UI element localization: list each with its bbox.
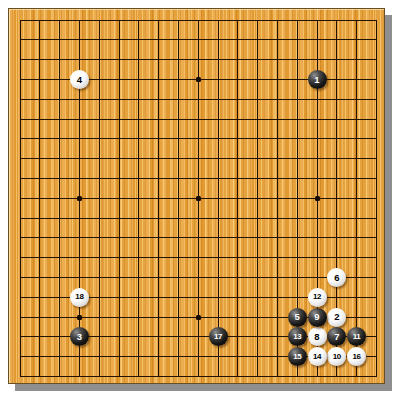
- grid-line-vertical: [277, 20, 278, 377]
- stone-4: 4: [70, 70, 89, 89]
- stone-2: 2: [327, 308, 346, 327]
- page: 123456789101112131415161718: [0, 0, 400, 400]
- stone-15: 15: [288, 347, 307, 366]
- grid-line-horizontal: [20, 218, 377, 219]
- star-point: [196, 77, 201, 82]
- stone-number: 16: [353, 353, 361, 361]
- stone-number: 3: [77, 332, 82, 342]
- star-point: [196, 196, 201, 201]
- star-point: [196, 315, 201, 320]
- stone-number: 18: [75, 293, 83, 301]
- grid-line-vertical: [218, 20, 219, 377]
- stone-10: 10: [327, 347, 346, 366]
- stone-6: 6: [327, 268, 346, 287]
- stone-number: 5: [295, 312, 300, 322]
- stone-number: 9: [314, 312, 319, 322]
- stone-9: 9: [308, 308, 327, 327]
- stone-number: 4: [77, 75, 82, 85]
- stone-number: 7: [334, 332, 339, 342]
- stone-number: 15: [293, 353, 301, 361]
- stone-number: 12: [313, 293, 321, 301]
- stone-number: 1: [314, 75, 319, 85]
- grid-line-horizontal: [20, 257, 377, 258]
- stone-3: 3: [70, 327, 89, 346]
- stone-number: 14: [313, 353, 321, 361]
- stone-8: 8: [308, 327, 327, 346]
- stone-18: 18: [70, 288, 89, 307]
- grid-line-horizontal: [20, 277, 377, 278]
- stone-12: 12: [308, 288, 327, 307]
- star-point: [77, 315, 82, 320]
- grid-line-vertical: [257, 20, 258, 377]
- stone-number: 13: [293, 333, 301, 341]
- grid-line-horizontal: [20, 237, 377, 238]
- stone-16: 16: [347, 347, 366, 366]
- go-board: 123456789101112131415161718: [8, 8, 385, 384]
- stone-1: 1: [308, 70, 327, 89]
- stone-17: 17: [209, 327, 228, 346]
- stone-7: 7: [327, 327, 346, 346]
- grid-line-vertical: [376, 20, 377, 377]
- star-point: [315, 196, 320, 201]
- grid-line-vertical: [237, 20, 238, 377]
- star-point: [77, 196, 82, 201]
- stone-number: 17: [214, 333, 222, 341]
- stone-11: 11: [347, 327, 366, 346]
- grid-line-vertical: [356, 20, 357, 377]
- stone-5: 5: [288, 308, 307, 327]
- stone-14: 14: [308, 347, 327, 366]
- stone-13: 13: [288, 327, 307, 346]
- stone-number: 8: [314, 332, 319, 342]
- grid-line-horizontal: [20, 376, 377, 377]
- stone-number: 11: [353, 333, 361, 341]
- stone-number: 2: [334, 312, 339, 322]
- stone-number: 6: [334, 273, 339, 283]
- stone-number: 10: [333, 353, 341, 361]
